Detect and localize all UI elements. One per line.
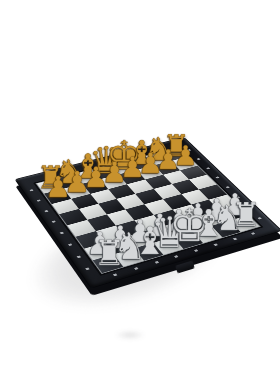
floor-shadow-spot — [110, 329, 150, 341]
product-photo: ♜♞♝♛♚♝♞♜♟♟♟♟♟♟♟♟♟♟♟♟♟♟♟♟♜♞♝♛♚♝♞♜ — [0, 0, 280, 373]
